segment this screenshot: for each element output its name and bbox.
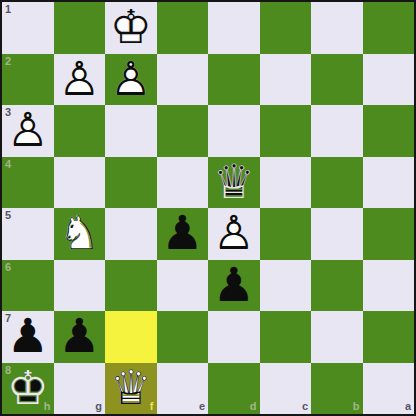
square-d3[interactable] xyxy=(208,105,260,157)
square-g8[interactable]: g xyxy=(54,363,106,415)
square-f2[interactable]: ♟♙ xyxy=(105,54,157,106)
square-a7[interactable] xyxy=(363,311,415,363)
square-g6[interactable] xyxy=(54,260,106,312)
square-c7[interactable] xyxy=(260,311,312,363)
square-d6[interactable]: ♟ xyxy=(208,260,260,312)
black-king[interactable]: ♚♔ xyxy=(2,363,54,415)
black-pawn[interactable]: ♟ xyxy=(2,311,54,363)
square-c4[interactable] xyxy=(260,157,312,209)
file-label-c: c xyxy=(302,401,308,412)
square-f1[interactable]: ♚♔ xyxy=(105,2,157,54)
white-pawn[interactable]: ♟♙ xyxy=(2,105,54,157)
square-a6[interactable] xyxy=(363,260,415,312)
rank-label-1: 1 xyxy=(5,4,11,15)
file-label-b: b xyxy=(353,401,360,412)
square-d2[interactable] xyxy=(208,54,260,106)
square-e5[interactable]: ♟ xyxy=(157,208,209,260)
square-d5[interactable]: ♟♙ xyxy=(208,208,260,260)
square-f7[interactable] xyxy=(105,311,157,363)
square-b8[interactable]: b xyxy=(311,363,363,415)
square-f6[interactable] xyxy=(105,260,157,312)
square-g5[interactable]: ♞♘ xyxy=(54,208,106,260)
white-pawn[interactable]: ♟♙ xyxy=(105,54,157,106)
square-f3[interactable] xyxy=(105,105,157,157)
square-h1[interactable]: 1 xyxy=(2,2,54,54)
square-e4[interactable] xyxy=(157,157,209,209)
square-d7[interactable] xyxy=(208,311,260,363)
square-c6[interactable] xyxy=(260,260,312,312)
square-f5[interactable] xyxy=(105,208,157,260)
file-label-e: e xyxy=(199,401,205,412)
square-h4[interactable]: 4 xyxy=(2,157,54,209)
black-pawn[interactable]: ♟ xyxy=(157,208,209,260)
square-g1[interactable] xyxy=(54,2,106,54)
square-h7[interactable]: 7♟ xyxy=(2,311,54,363)
rank-label-4: 4 xyxy=(5,159,11,170)
square-b6[interactable] xyxy=(311,260,363,312)
black-queen[interactable]: ♛♕ xyxy=(208,157,260,209)
file-label-a: a xyxy=(405,401,411,412)
square-g3[interactable] xyxy=(54,105,106,157)
rank-label-6: 6 xyxy=(5,262,11,273)
square-e7[interactable] xyxy=(157,311,209,363)
square-b7[interactable] xyxy=(311,311,363,363)
file-label-g: g xyxy=(95,401,102,412)
square-h5[interactable]: 5 xyxy=(2,208,54,260)
square-h3[interactable]: 3♟♙ xyxy=(2,105,54,157)
chess-board: 1♚♔2♟♙♟♙3♟♙4♛♕5♞♘♟♟♙6♟7♟♟8h♚♔gf♛♕edcba xyxy=(0,0,416,416)
square-e8[interactable]: e xyxy=(157,363,209,415)
square-c1[interactable] xyxy=(260,2,312,54)
square-h8[interactable]: 8h♚♔ xyxy=(2,363,54,415)
white-king[interactable]: ♚♔ xyxy=(105,2,157,54)
square-g2[interactable]: ♟♙ xyxy=(54,54,106,106)
square-c8[interactable]: c xyxy=(260,363,312,415)
square-b1[interactable] xyxy=(311,2,363,54)
square-d1[interactable] xyxy=(208,2,260,54)
square-g4[interactable] xyxy=(54,157,106,209)
rank-label-5: 5 xyxy=(5,210,11,221)
square-h2[interactable]: 2 xyxy=(2,54,54,106)
square-a4[interactable] xyxy=(363,157,415,209)
file-label-d: d xyxy=(250,401,257,412)
square-d4[interactable]: ♛♕ xyxy=(208,157,260,209)
square-b4[interactable] xyxy=(311,157,363,209)
square-a8[interactable]: a xyxy=(363,363,415,415)
black-pawn[interactable]: ♟ xyxy=(208,260,260,312)
square-g7[interactable]: ♟ xyxy=(54,311,106,363)
square-d8[interactable]: d xyxy=(208,363,260,415)
square-b3[interactable] xyxy=(311,105,363,157)
square-e6[interactable] xyxy=(157,260,209,312)
square-f8[interactable]: f♛♕ xyxy=(105,363,157,415)
square-a5[interactable] xyxy=(363,208,415,260)
square-b5[interactable] xyxy=(311,208,363,260)
white-pawn[interactable]: ♟♙ xyxy=(208,208,260,260)
square-b2[interactable] xyxy=(311,54,363,106)
square-f4[interactable] xyxy=(105,157,157,209)
rank-label-2: 2 xyxy=(5,56,11,67)
square-a2[interactable] xyxy=(363,54,415,106)
square-a1[interactable] xyxy=(363,2,415,54)
square-h6[interactable]: 6 xyxy=(2,260,54,312)
white-queen[interactable]: ♛♕ xyxy=(105,363,157,415)
white-pawn[interactable]: ♟♙ xyxy=(54,54,106,106)
square-c3[interactable] xyxy=(260,105,312,157)
square-c2[interactable] xyxy=(260,54,312,106)
square-e1[interactable] xyxy=(157,2,209,54)
square-a3[interactable] xyxy=(363,105,415,157)
square-c5[interactable] xyxy=(260,208,312,260)
white-knight[interactable]: ♞♘ xyxy=(54,208,106,260)
black-pawn[interactable]: ♟ xyxy=(54,311,106,363)
square-e3[interactable] xyxy=(157,105,209,157)
square-e2[interactable] xyxy=(157,54,209,106)
